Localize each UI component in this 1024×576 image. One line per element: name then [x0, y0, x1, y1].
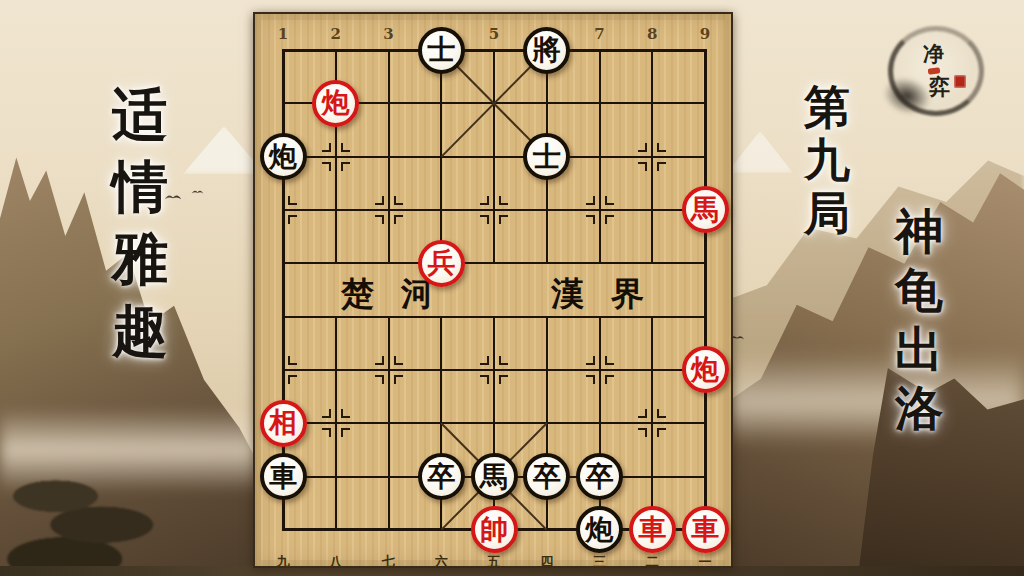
piece-black-f4r1[interactable]: 士	[418, 27, 465, 74]
ink-circle-logo: 净 弈	[890, 28, 982, 114]
logo-char-bottom: 弈	[929, 76, 950, 97]
rank-label-bottom-6: 四	[537, 555, 557, 568]
point-marker-arm	[657, 409, 659, 418]
subtitle: 神 龟 出 洛	[895, 207, 943, 432]
point-marker-arm	[288, 196, 290, 205]
grid-vline-2-top	[388, 50, 390, 263]
subtitle-char-1: 神	[895, 207, 943, 255]
file-label-top-1: 1	[273, 27, 293, 42]
grid-vline-7-top	[651, 50, 653, 263]
grid-vline-4-top	[493, 50, 495, 263]
grid-vline-1-bottom	[335, 317, 337, 530]
point-marker-arm	[341, 143, 343, 152]
point-marker-arm	[605, 356, 607, 365]
right-title: 第 九 局	[804, 84, 850, 236]
point-marker-arm	[645, 143, 647, 152]
rank-label-bottom-4: 六	[431, 555, 451, 568]
point-marker-arm	[593, 196, 595, 205]
point-marker-arm	[329, 143, 331, 152]
grid-vline-2-bottom	[388, 317, 390, 530]
file-label-top-8: 8	[642, 27, 662, 42]
rank-label-bottom-9: 一	[695, 555, 715, 568]
point-marker-arm	[288, 375, 290, 384]
piece-black-f1r9[interactable]: 車	[260, 453, 307, 500]
point-marker-arm	[645, 162, 647, 171]
piece-red-f1r8[interactable]: 相	[260, 400, 307, 447]
left-title-char-4: 趣	[112, 302, 168, 358]
subtitle-char-4: 洛	[895, 384, 943, 432]
point-marker-arm	[605, 196, 607, 205]
point-marker-arm	[394, 196, 396, 205]
piece-black-f7r9[interactable]: 卒	[576, 453, 623, 500]
point-marker-arm	[605, 215, 607, 224]
point-marker-arm	[341, 409, 343, 418]
file-label-top-7: 7	[590, 27, 610, 42]
left-title-char-3: 雅	[112, 230, 168, 286]
grid-vline-7-bottom	[651, 317, 653, 530]
right-title-char-2: 九	[804, 137, 850, 183]
point-marker-arm	[288, 215, 290, 224]
subtitle-char-3: 出	[895, 325, 943, 373]
point-marker-arm	[657, 428, 659, 437]
point-marker-arm	[341, 428, 343, 437]
point-marker-arm	[593, 375, 595, 384]
piece-red-f5r10[interactable]: 帥	[471, 506, 518, 553]
point-marker-arm	[382, 356, 384, 365]
point-marker-arm	[499, 196, 501, 205]
rank-label-bottom-3: 七	[379, 555, 399, 568]
piece-red-f4r5[interactable]: 兵	[418, 240, 465, 287]
bird-icon	[191, 188, 204, 195]
xiangqi-board[interactable]: 楚河 漢界 123456789九八七六五四三二一士將炮炮士馬兵炮相車卒馬卒卒帥炮…	[253, 12, 733, 568]
file-label-top-9: 9	[695, 27, 715, 42]
point-marker-arm	[329, 409, 331, 418]
point-marker-arm	[593, 356, 595, 365]
rank-label-bottom-1: 九	[273, 555, 293, 568]
rank-label-bottom-2: 八	[326, 555, 346, 568]
point-marker-arm	[605, 375, 607, 384]
piece-red-f9r7[interactable]: 炮	[682, 346, 729, 393]
left-title: 适 情 雅 趣	[112, 86, 168, 358]
rank-label-bottom-5: 五	[484, 555, 504, 568]
point-marker-arm	[487, 375, 489, 384]
right-title-char-1: 第	[804, 84, 850, 130]
point-marker-arm	[329, 162, 331, 171]
point-marker-arm	[341, 162, 343, 171]
point-marker-arm	[593, 215, 595, 224]
point-marker-arm	[394, 375, 396, 384]
pine-tree	[0, 462, 185, 576]
point-marker-arm	[657, 162, 659, 171]
grid-vline-6-top	[599, 50, 601, 263]
point-marker-arm	[657, 143, 659, 152]
piece-red-f2r2[interactable]: 炮	[312, 80, 359, 127]
piece-red-f9r10[interactable]: 車	[682, 506, 729, 553]
piece-red-f9r4[interactable]: 馬	[682, 186, 729, 233]
point-marker-arm	[499, 215, 501, 224]
point-marker-arm	[394, 356, 396, 365]
logo-seal-icon	[954, 75, 966, 88]
point-marker-arm	[329, 428, 331, 437]
file-label-top-3: 3	[379, 27, 399, 42]
right-title-char-3: 局	[804, 190, 850, 236]
point-marker-arm	[645, 409, 647, 418]
left-title-char-1: 适	[112, 86, 168, 142]
point-marker-arm	[487, 196, 489, 205]
point-marker-arm	[499, 375, 501, 384]
left-title-char-2: 情	[112, 158, 168, 214]
point-marker-arm	[645, 428, 647, 437]
file-label-top-5: 5	[484, 27, 504, 42]
point-marker-arm	[382, 215, 384, 224]
point-marker-arm	[288, 356, 290, 365]
point-marker-arm	[382, 375, 384, 384]
rank-label-bottom-7: 三	[590, 555, 610, 568]
subtitle-char-2: 龟	[895, 266, 943, 314]
piece-black-f1r3[interactable]: 炮	[260, 133, 307, 180]
piece-red-f8r10[interactable]: 車	[629, 506, 676, 553]
point-marker-arm	[394, 215, 396, 224]
page: 适 情 雅 趣 第 九 局 神 龟 出 洛 净 弈 楚河 漢界 12345678…	[0, 0, 1024, 576]
piece-black-f5r9[interactable]: 馬	[471, 453, 518, 500]
point-marker-arm	[487, 356, 489, 365]
file-label-top-2: 2	[326, 27, 346, 42]
logo-char-top: 净	[923, 43, 944, 64]
piece-black-f4r9[interactable]: 卒	[418, 453, 465, 500]
rank-label-bottom-8: 二	[642, 555, 662, 568]
point-marker-arm	[487, 215, 489, 224]
point-marker-arm	[499, 356, 501, 365]
piece-black-f6r1[interactable]: 將	[523, 27, 570, 74]
piece-black-f7r10[interactable]: 炮	[576, 506, 623, 553]
point-marker-arm	[382, 196, 384, 205]
